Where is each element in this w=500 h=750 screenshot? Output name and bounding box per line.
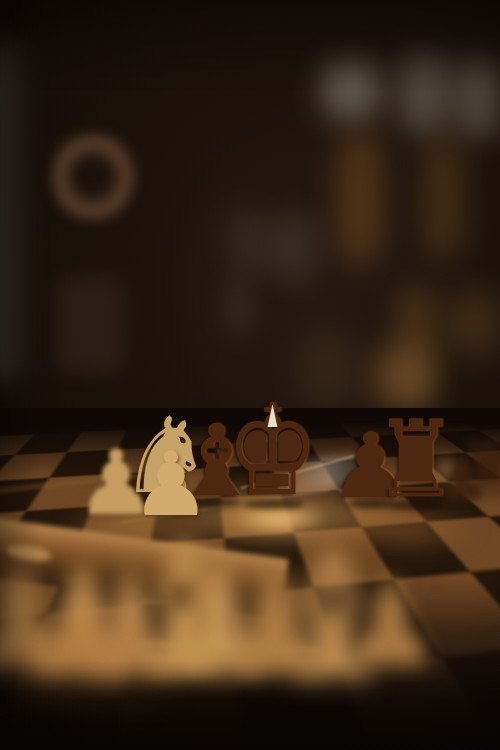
doorway-highlight <box>222 278 254 336</box>
cabinet-glow <box>424 138 462 258</box>
cabinet-glow <box>338 132 382 264</box>
cabinet-highlight <box>456 58 500 138</box>
cabinet-highlight <box>322 60 380 120</box>
cabinet-glow <box>448 292 500 356</box>
picture-frame-blur <box>58 278 122 372</box>
blurred-black-piece[interactable]: ♜ <box>462 432 500 508</box>
blurred-white-piece[interactable]: ♝ <box>268 528 398 708</box>
doorway-highlight <box>226 208 268 274</box>
wall-clock-blur <box>52 128 134 226</box>
doorway-highlight <box>268 212 318 282</box>
chess-photo-scene: ♞ ♝ ♚ ♟ ♜ ♟ ♞ ♟ ♝ ♚ ♟ ♜ ♟ ♜ ♟ ♟ ♟ ♝ ♟ ♟ … <box>0 0 500 750</box>
blurred-white-piece[interactable]: ♝ <box>120 520 250 705</box>
cabinet-highlight <box>398 52 450 134</box>
window-light <box>0 40 38 380</box>
